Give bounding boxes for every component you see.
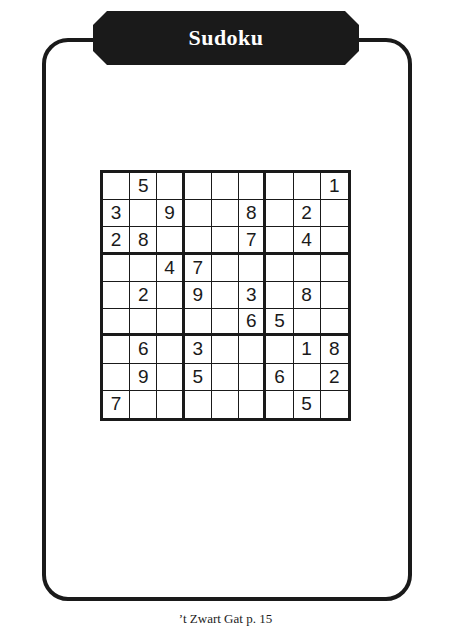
cell-r9c7 — [266, 391, 293, 418]
cell-r3c3 — [157, 227, 184, 254]
cell-r9c1: 7 — [103, 391, 130, 418]
title-banner: Sudoku — [93, 11, 359, 65]
cell-r5c9 — [321, 282, 348, 309]
cell-r7c4: 3 — [185, 336, 212, 363]
cell-r8c9: 2 — [321, 364, 348, 391]
cell-r3c7 — [266, 227, 293, 254]
cell-r1c5 — [212, 173, 239, 200]
sudoku-grid: 5139822874472938656318956275 — [100, 170, 351, 421]
cell-r5c8: 8 — [294, 282, 321, 309]
cell-r9c5 — [212, 391, 239, 418]
cell-r4c6 — [239, 255, 266, 282]
cell-r5c2: 2 — [130, 282, 157, 309]
cell-r9c4 — [185, 391, 212, 418]
cell-r7c5 — [212, 336, 239, 363]
cell-r7c2: 6 — [130, 336, 157, 363]
cell-r5c1 — [103, 282, 130, 309]
page-title: Sudoku — [188, 25, 263, 51]
cell-r4c1 — [103, 255, 130, 282]
cell-r5c4: 9 — [185, 282, 212, 309]
cell-r7c6 — [239, 336, 266, 363]
cell-r5c3 — [157, 282, 184, 309]
cell-r8c6 — [239, 364, 266, 391]
cell-r8c4: 5 — [185, 364, 212, 391]
cell-r9c2 — [130, 391, 157, 418]
cell-r2c3: 9 — [157, 200, 184, 227]
cell-r8c7: 6 — [266, 364, 293, 391]
cell-r4c7 — [266, 255, 293, 282]
cell-r3c2: 8 — [130, 227, 157, 254]
page-footer-text: ’t Zwart Gat p. 15 — [0, 611, 451, 627]
cell-r1c8 — [294, 173, 321, 200]
cell-r3c4 — [185, 227, 212, 254]
cell-r1c2: 5 — [130, 173, 157, 200]
cell-r8c3 — [157, 364, 184, 391]
cell-r9c9 — [321, 391, 348, 418]
cell-r7c1 — [103, 336, 130, 363]
cell-r6c2 — [130, 309, 157, 336]
cell-r8c1 — [103, 364, 130, 391]
cell-r6c5 — [212, 309, 239, 336]
cell-r3c5 — [212, 227, 239, 254]
cell-r8c8 — [294, 364, 321, 391]
cell-r1c7 — [266, 173, 293, 200]
cell-r3c6: 7 — [239, 227, 266, 254]
cell-r6c8 — [294, 309, 321, 336]
cell-r7c8: 1 — [294, 336, 321, 363]
cell-r2c1: 3 — [103, 200, 130, 227]
cell-r7c3 — [157, 336, 184, 363]
cell-r7c9: 8 — [321, 336, 348, 363]
cell-r5c5 — [212, 282, 239, 309]
cell-r1c3 — [157, 173, 184, 200]
cell-r9c3 — [157, 391, 184, 418]
cell-r6c9 — [321, 309, 348, 336]
cell-r1c1 — [103, 173, 130, 200]
cell-r2c5 — [212, 200, 239, 227]
cell-r3c9 — [321, 227, 348, 254]
cell-r8c5 — [212, 364, 239, 391]
cell-r1c9: 1 — [321, 173, 348, 200]
cell-r4c2 — [130, 255, 157, 282]
cell-r9c6 — [239, 391, 266, 418]
cell-r2c2 — [130, 200, 157, 227]
cell-r6c4 — [185, 309, 212, 336]
cell-r4c3: 4 — [157, 255, 184, 282]
cell-r2c6: 8 — [239, 200, 266, 227]
cell-r4c5 — [212, 255, 239, 282]
cell-r4c8 — [294, 255, 321, 282]
cell-r1c4 — [185, 173, 212, 200]
cell-r5c7 — [266, 282, 293, 309]
cell-r4c4: 7 — [185, 255, 212, 282]
cell-r5c6: 3 — [239, 282, 266, 309]
cell-r1c6 — [239, 173, 266, 200]
cell-r4c9 — [321, 255, 348, 282]
cell-r2c4 — [185, 200, 212, 227]
cell-r2c7 — [266, 200, 293, 227]
cell-r8c2: 9 — [130, 364, 157, 391]
cell-r6c3 — [157, 309, 184, 336]
cell-r6c7: 5 — [266, 309, 293, 336]
cell-r3c1: 2 — [103, 227, 130, 254]
cell-r2c8: 2 — [294, 200, 321, 227]
cell-r6c6: 6 — [239, 309, 266, 336]
cell-r3c8: 4 — [294, 227, 321, 254]
cell-r2c9 — [321, 200, 348, 227]
cell-r7c7 — [266, 336, 293, 363]
cell-r9c8: 5 — [294, 391, 321, 418]
cell-r6c1 — [103, 309, 130, 336]
